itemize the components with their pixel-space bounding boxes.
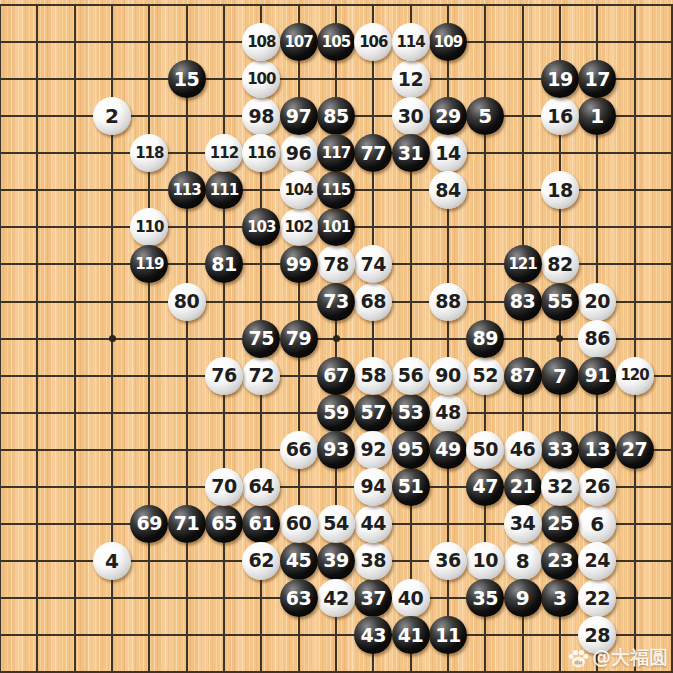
move-number: 46 [510, 440, 535, 459]
stone-black-59: 59 [317, 394, 355, 432]
stone-black-13: 13 [578, 431, 616, 469]
move-number: 108 [247, 35, 275, 50]
move-number: 17 [585, 70, 610, 89]
stone-black-29: 29 [429, 97, 467, 135]
move-number: 41 [398, 626, 423, 645]
stone-white-24: 24 [578, 542, 616, 580]
move-number: 59 [323, 403, 348, 422]
move-number: 81 [211, 255, 236, 274]
move-number: 88 [435, 292, 460, 311]
stone-white-116: 116 [242, 134, 280, 172]
stone-black-79: 79 [280, 320, 318, 358]
move-number: 72 [249, 366, 274, 385]
stone-black-9: 9 [504, 579, 542, 617]
stone-black-119: 119 [130, 245, 168, 283]
stone-white-48: 48 [429, 394, 467, 432]
move-number: 40 [398, 589, 423, 608]
move-number: 87 [510, 366, 535, 385]
stone-black-3: 3 [541, 579, 579, 617]
stone-black-107: 107 [280, 23, 318, 61]
stone-white-26: 26 [578, 468, 616, 506]
move-number: 102 [284, 220, 312, 235]
move-number: 25 [547, 514, 572, 533]
stone-white-52: 52 [466, 357, 504, 395]
move-number: 65 [211, 514, 236, 533]
move-number: 20 [585, 292, 610, 311]
move-number: 91 [585, 366, 610, 385]
stone-black-45: 45 [280, 542, 318, 580]
move-number: 58 [361, 366, 386, 385]
move-number: 22 [585, 589, 610, 608]
stone-black-73: 73 [317, 283, 355, 321]
move-number: 103 [247, 220, 275, 235]
move-number: 86 [585, 329, 610, 348]
stone-white-14: 14 [429, 134, 467, 172]
move-number: 92 [361, 440, 386, 459]
stone-white-102: 102 [280, 208, 318, 246]
stone-white-120: 120 [616, 357, 654, 395]
stone-black-19: 19 [541, 60, 579, 98]
move-number: 7 [553, 366, 567, 386]
stone-white-28: 28 [578, 616, 616, 654]
move-number: 29 [435, 107, 460, 126]
stone-white-38: 38 [354, 542, 392, 580]
move-number: 84 [435, 181, 460, 200]
stone-black-61: 61 [242, 505, 280, 543]
move-number: 101 [322, 220, 350, 235]
stone-black-67: 67 [317, 357, 355, 395]
star-point [109, 335, 116, 342]
move-number: 79 [286, 329, 311, 348]
stone-white-88: 88 [429, 283, 467, 321]
stone-white-12: 12 [392, 60, 430, 98]
stone-black-39: 39 [317, 542, 355, 580]
grid-line-vertical [634, 4, 636, 673]
stone-black-35: 35 [466, 579, 504, 617]
move-number: 57 [361, 403, 386, 422]
move-number: 69 [137, 514, 162, 533]
stone-black-51: 51 [392, 468, 430, 506]
stone-black-15: 15 [168, 60, 206, 98]
move-number: 60 [286, 514, 311, 533]
move-number: 64 [249, 477, 274, 496]
stone-black-21: 21 [504, 468, 542, 506]
stone-white-76: 76 [205, 357, 243, 395]
move-number: 97 [286, 107, 311, 126]
move-number: 109 [434, 35, 462, 50]
move-number: 28 [585, 626, 610, 645]
stone-black-63: 63 [280, 579, 318, 617]
stone-white-112: 112 [205, 134, 243, 172]
move-number: 43 [361, 626, 386, 645]
stone-white-32: 32 [541, 468, 579, 506]
stone-white-66: 66 [280, 431, 318, 469]
move-number: 35 [473, 589, 498, 608]
stone-black-77: 77 [354, 134, 392, 172]
move-number: 82 [547, 255, 572, 274]
stone-black-43: 43 [354, 616, 392, 654]
stone-white-8: 8 [504, 542, 542, 580]
stone-black-121: 121 [504, 245, 542, 283]
move-number: 8 [516, 551, 530, 571]
move-number: 76 [211, 366, 236, 385]
star-point [556, 335, 563, 342]
move-number: 114 [396, 35, 424, 50]
move-number: 10 [473, 551, 498, 570]
stone-black-23: 23 [541, 542, 579, 580]
stone-white-90: 90 [429, 357, 467, 395]
move-number: 30 [398, 107, 423, 126]
stone-white-86: 86 [578, 320, 616, 358]
stone-white-40: 40 [392, 579, 430, 617]
move-number: 93 [323, 440, 348, 459]
move-number: 121 [508, 257, 536, 272]
move-number: 56 [398, 366, 423, 385]
watermark: du @大福圆 [567, 645, 668, 671]
move-number: 106 [359, 35, 387, 50]
move-number: 61 [249, 514, 274, 533]
stone-white-100: 100 [242, 60, 280, 98]
stone-black-95: 95 [392, 431, 430, 469]
move-number: 32 [547, 477, 572, 496]
stone-black-99: 99 [280, 245, 318, 283]
stone-white-98: 98 [242, 97, 280, 135]
stone-black-85: 85 [317, 97, 355, 135]
move-number: 111 [210, 183, 238, 198]
stone-black-7: 7 [541, 357, 579, 395]
stone-black-97: 97 [280, 97, 318, 135]
move-number: 98 [249, 107, 274, 126]
move-number: 37 [361, 589, 386, 608]
stone-black-53: 53 [392, 394, 430, 432]
stone-white-42: 42 [317, 579, 355, 617]
stone-black-37: 37 [354, 579, 392, 617]
stone-white-50: 50 [466, 431, 504, 469]
stone-white-30: 30 [392, 97, 430, 135]
stone-black-57: 57 [354, 394, 392, 432]
move-number: 3 [553, 588, 567, 608]
stone-black-111: 111 [205, 171, 243, 209]
move-number: 89 [473, 329, 498, 348]
move-number: 95 [398, 440, 423, 459]
stone-black-55: 55 [541, 283, 579, 321]
move-number: 13 [585, 440, 610, 459]
stone-white-70: 70 [205, 468, 243, 506]
move-number: 66 [286, 440, 311, 459]
move-number: 34 [510, 514, 535, 533]
stone-white-114: 114 [392, 23, 430, 61]
move-number: 48 [435, 403, 460, 422]
move-number: 94 [361, 477, 386, 496]
move-number: 23 [547, 551, 572, 570]
grid-line-horizontal [0, 634, 673, 636]
stone-black-5: 5 [466, 97, 504, 135]
move-number: 9 [516, 588, 530, 608]
move-number: 11 [435, 626, 460, 645]
move-number: 107 [284, 35, 312, 50]
move-number: 6 [590, 514, 604, 534]
move-number: 105 [322, 35, 350, 50]
stone-black-1: 1 [578, 97, 616, 135]
move-number: 4 [105, 551, 119, 571]
stone-black-105: 105 [317, 23, 355, 61]
move-number: 21 [510, 477, 535, 496]
move-number: 26 [585, 477, 610, 496]
move-number: 31 [398, 144, 423, 163]
stone-black-11: 11 [429, 616, 467, 654]
move-number: 16 [547, 107, 572, 126]
stone-black-47: 47 [466, 468, 504, 506]
move-number: 104 [284, 183, 312, 198]
move-number: 74 [361, 255, 386, 274]
move-number: 45 [286, 551, 311, 570]
move-number: 42 [323, 589, 348, 608]
stone-black-41: 41 [392, 616, 430, 654]
stone-black-83: 83 [504, 283, 542, 321]
stone-black-115: 115 [317, 171, 355, 209]
move-number: 120 [620, 368, 648, 383]
move-number: 2 [105, 106, 119, 126]
stone-white-20: 20 [578, 283, 616, 321]
move-number: 90 [435, 366, 460, 385]
move-number: 52 [473, 366, 498, 385]
stone-white-104: 104 [280, 171, 318, 209]
stone-white-60: 60 [280, 505, 318, 543]
stone-white-2: 2 [93, 97, 131, 135]
move-number: 80 [174, 292, 199, 311]
stone-black-49: 49 [429, 431, 467, 469]
stone-black-93: 93 [317, 431, 355, 469]
go-board: 1234567891011121314151617181920212223242… [0, 0, 673, 673]
move-number: 73 [323, 292, 348, 311]
move-number: 63 [286, 589, 311, 608]
move-number: 18 [547, 181, 572, 200]
move-number: 5 [478, 106, 492, 126]
stone-black-117: 117 [317, 134, 355, 172]
stone-white-72: 72 [242, 357, 280, 395]
stone-black-81: 81 [205, 245, 243, 283]
move-number: 12 [398, 70, 423, 89]
stone-white-64: 64 [242, 468, 280, 506]
stone-white-54: 54 [317, 505, 355, 543]
stone-black-87: 87 [504, 357, 542, 395]
move-number: 83 [510, 292, 535, 311]
star-point [333, 335, 340, 342]
move-number: 27 [622, 440, 647, 459]
move-number: 19 [547, 70, 572, 89]
move-number: 53 [398, 403, 423, 422]
move-number: 49 [435, 440, 460, 459]
stone-white-16: 16 [541, 97, 579, 135]
stone-black-75: 75 [242, 320, 280, 358]
stone-white-92: 92 [354, 431, 392, 469]
stone-black-109: 109 [429, 23, 467, 61]
move-number: 78 [323, 255, 348, 274]
stone-white-80: 80 [168, 283, 206, 321]
move-number: 119 [135, 257, 163, 272]
stone-white-44: 44 [354, 505, 392, 543]
stone-black-103: 103 [242, 208, 280, 246]
stone-black-91: 91 [578, 357, 616, 395]
stone-white-84: 84 [429, 171, 467, 209]
stone-white-108: 108 [242, 23, 280, 61]
stone-black-65: 65 [205, 505, 243, 543]
move-number: 14 [435, 144, 460, 163]
stone-black-69: 69 [130, 505, 168, 543]
move-number: 96 [286, 144, 311, 163]
move-number: 47 [473, 477, 498, 496]
move-number: 115 [322, 183, 350, 198]
move-number: 100 [247, 72, 275, 87]
svg-text:du: du [575, 659, 583, 665]
stone-white-96: 96 [280, 134, 318, 172]
stone-white-110: 110 [130, 208, 168, 246]
stone-white-94: 94 [354, 468, 392, 506]
move-number: 118 [135, 146, 163, 161]
move-number: 85 [323, 107, 348, 126]
move-number: 55 [547, 292, 572, 311]
move-number: 1 [590, 106, 604, 126]
move-number: 99 [286, 255, 311, 274]
move-number: 117 [322, 146, 350, 161]
stone-white-78: 78 [317, 245, 355, 283]
stone-black-89: 89 [466, 320, 504, 358]
move-number: 68 [361, 292, 386, 311]
stone-black-17: 17 [578, 60, 616, 98]
stone-white-22: 22 [578, 579, 616, 617]
move-number: 33 [547, 440, 572, 459]
move-number: 75 [249, 329, 274, 348]
stone-black-33: 33 [541, 431, 579, 469]
stone-white-10: 10 [466, 542, 504, 580]
stone-black-27: 27 [616, 431, 654, 469]
move-number: 110 [135, 220, 163, 235]
stone-black-31: 31 [392, 134, 430, 172]
stone-white-4: 4 [93, 542, 131, 580]
stone-black-113: 113 [168, 171, 206, 209]
stone-white-36: 36 [429, 542, 467, 580]
stone-white-62: 62 [242, 542, 280, 580]
move-number: 54 [323, 514, 348, 533]
stone-white-74: 74 [354, 245, 392, 283]
stone-black-25: 25 [541, 505, 579, 543]
move-number: 113 [172, 183, 200, 198]
stone-white-68: 68 [354, 283, 392, 321]
move-number: 67 [323, 366, 348, 385]
move-number: 62 [249, 551, 274, 570]
stone-white-34: 34 [504, 505, 542, 543]
stone-white-58: 58 [354, 357, 392, 395]
stone-white-18: 18 [541, 171, 579, 209]
stone-white-106: 106 [354, 23, 392, 61]
move-number: 112 [210, 146, 238, 161]
move-number: 36 [435, 551, 460, 570]
move-number: 51 [398, 477, 423, 496]
stone-white-82: 82 [541, 245, 579, 283]
move-number: 44 [361, 514, 386, 533]
move-number: 39 [323, 551, 348, 570]
stone-white-6: 6 [578, 505, 616, 543]
move-number: 50 [473, 440, 498, 459]
move-number: 71 [174, 514, 199, 533]
move-number: 38 [361, 551, 386, 570]
stone-black-101: 101 [317, 208, 355, 246]
stone-black-71: 71 [168, 505, 206, 543]
move-number: 77 [361, 144, 386, 163]
stone-white-118: 118 [130, 134, 168, 172]
move-number: 70 [211, 477, 236, 496]
stone-white-56: 56 [392, 357, 430, 395]
stone-white-46: 46 [504, 431, 542, 469]
move-number: 15 [174, 70, 199, 89]
move-number: 116 [247, 146, 275, 161]
move-number: 24 [585, 551, 610, 570]
